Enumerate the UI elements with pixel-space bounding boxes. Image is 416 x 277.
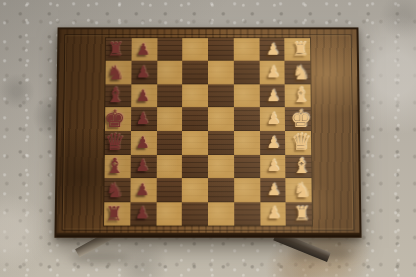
piece-white-N[interactable]: ♞ (292, 63, 310, 83)
square-1-1[interactable]: ♜ (106, 38, 132, 61)
piece-white-B[interactable]: ♝ (292, 156, 311, 177)
square-2-2[interactable]: ♟ (131, 61, 157, 84)
square-2-4[interactable] (182, 61, 208, 84)
piece-black-K[interactable]: ♚ (104, 107, 126, 131)
square-3-1[interactable]: ♝ (105, 84, 131, 107)
piece-black-P[interactable]: ♟ (136, 88, 150, 104)
square-1-6[interactable] (234, 38, 260, 61)
square-8-5[interactable] (208, 202, 234, 226)
square-6-5[interactable] (208, 155, 234, 179)
square-8-8[interactable]: ♜ (286, 202, 312, 226)
square-2-8[interactable]: ♞ (285, 61, 311, 84)
square-5-2[interactable]: ♟ (131, 131, 157, 154)
piece-black-N[interactable]: ♞ (106, 63, 124, 83)
square-6-4[interactable] (182, 155, 208, 179)
square-5-7[interactable]: ♟ (259, 131, 285, 154)
square-7-8[interactable]: ♞ (286, 178, 312, 202)
piece-black-P[interactable]: ♟ (135, 135, 149, 151)
piece-white-N[interactable]: ♞ (293, 180, 311, 200)
square-8-6[interactable] (234, 202, 260, 226)
piece-white-P[interactable]: ♟ (266, 65, 280, 81)
piece-black-B[interactable]: ♝ (106, 85, 125, 106)
square-4-2[interactable]: ♟ (131, 107, 157, 131)
square-8-1[interactable]: ♜ (104, 202, 130, 226)
square-3-5[interactable] (208, 84, 234, 107)
photo-of-chess-table: ♜♟♟♜♞♟♟♞♝♟♟♝♚♟♟♚♛♟♟♛♝♟♟♝♞♟♟♞♜♟♟♜ (0, 0, 416, 277)
piece-black-N[interactable]: ♞ (105, 180, 123, 200)
chess-board: ♜♟♟♜♞♟♟♞♝♟♟♝♚♟♟♚♛♟♟♛♝♟♟♝♞♟♟♞♜♟♟♜ (103, 37, 313, 226)
square-3-8[interactable]: ♝ (285, 84, 311, 107)
square-4-1[interactable]: ♚ (105, 107, 131, 131)
square-2-1[interactable]: ♞ (105, 61, 131, 84)
square-4-4[interactable] (182, 107, 208, 131)
piece-white-P[interactable]: ♟ (266, 88, 280, 104)
square-6-3[interactable] (156, 155, 182, 179)
piece-white-Q[interactable]: ♛ (291, 131, 312, 154)
piece-black-P[interactable]: ♟ (136, 65, 150, 81)
piece-white-P[interactable]: ♟ (267, 206, 282, 222)
square-1-7[interactable]: ♟ (259, 38, 285, 61)
square-2-7[interactable]: ♟ (259, 61, 285, 84)
square-1-5[interactable] (208, 38, 234, 61)
piece-black-R[interactable]: ♜ (105, 204, 122, 223)
piece-white-P[interactable]: ♟ (266, 42, 280, 58)
square-8-7[interactable]: ♟ (260, 202, 286, 226)
piece-black-Q[interactable]: ♛ (104, 131, 125, 154)
square-3-7[interactable]: ♟ (259, 84, 285, 107)
square-6-1[interactable]: ♝ (105, 155, 131, 179)
square-5-4[interactable] (182, 131, 208, 154)
square-2-5[interactable] (208, 61, 234, 84)
piece-white-R[interactable]: ♜ (292, 40, 309, 59)
square-8-2[interactable]: ♟ (130, 202, 156, 226)
square-4-7[interactable]: ♟ (259, 107, 285, 131)
square-1-2[interactable]: ♟ (131, 38, 157, 61)
piece-black-B[interactable]: ♝ (105, 156, 124, 177)
square-6-7[interactable]: ♟ (260, 155, 286, 179)
square-5-3[interactable] (156, 131, 182, 154)
square-8-4[interactable] (182, 202, 208, 226)
square-7-5[interactable] (208, 178, 234, 202)
square-3-2[interactable]: ♟ (131, 84, 157, 107)
square-7-1[interactable]: ♞ (104, 178, 130, 202)
piece-white-P[interactable]: ♟ (266, 182, 281, 198)
piece-white-K[interactable]: ♚ (290, 107, 312, 131)
square-5-1[interactable]: ♛ (105, 131, 131, 154)
square-2-3[interactable] (157, 61, 183, 84)
square-3-6[interactable] (234, 84, 260, 107)
square-4-5[interactable] (208, 107, 234, 131)
square-4-8[interactable]: ♚ (285, 107, 311, 131)
square-1-4[interactable] (182, 38, 208, 61)
square-5-5[interactable] (208, 131, 234, 154)
square-6-6[interactable] (234, 155, 260, 179)
square-6-2[interactable]: ♟ (130, 155, 156, 179)
piece-black-P[interactable]: ♟ (135, 158, 149, 174)
piece-black-R[interactable]: ♜ (107, 40, 124, 59)
square-4-3[interactable] (157, 107, 183, 131)
square-5-6[interactable] (234, 131, 260, 154)
piece-black-P[interactable]: ♟ (135, 206, 150, 222)
square-3-4[interactable] (182, 84, 208, 107)
square-7-6[interactable] (234, 178, 260, 202)
square-1-3[interactable] (157, 38, 183, 61)
piece-black-P[interactable]: ♟ (135, 182, 150, 198)
piece-white-P[interactable]: ♟ (266, 135, 280, 151)
table-edge (56, 233, 359, 237)
square-1-8[interactable]: ♜ (285, 38, 311, 61)
square-7-2[interactable]: ♟ (130, 178, 156, 202)
piece-black-P[interactable]: ♟ (136, 42, 150, 58)
piece-white-P[interactable]: ♟ (266, 111, 280, 127)
square-5-8[interactable]: ♛ (285, 131, 311, 154)
square-7-3[interactable] (156, 178, 182, 202)
chess-table-top: ♜♟♟♜♞♟♟♞♝♟♟♝♚♟♟♚♛♟♟♛♝♟♟♝♞♟♟♞♜♟♟♜ (54, 27, 361, 237)
square-2-6[interactable] (234, 61, 260, 84)
square-8-3[interactable] (156, 202, 182, 226)
piece-white-B[interactable]: ♝ (291, 85, 310, 106)
square-7-7[interactable]: ♟ (260, 178, 286, 202)
piece-white-P[interactable]: ♟ (266, 158, 280, 174)
square-3-3[interactable] (157, 84, 183, 107)
piece-black-P[interactable]: ♟ (135, 111, 149, 127)
square-4-6[interactable] (234, 107, 260, 131)
piece-white-R[interactable]: ♜ (293, 204, 310, 223)
square-6-8[interactable]: ♝ (285, 155, 311, 179)
square-7-4[interactable] (182, 178, 208, 202)
